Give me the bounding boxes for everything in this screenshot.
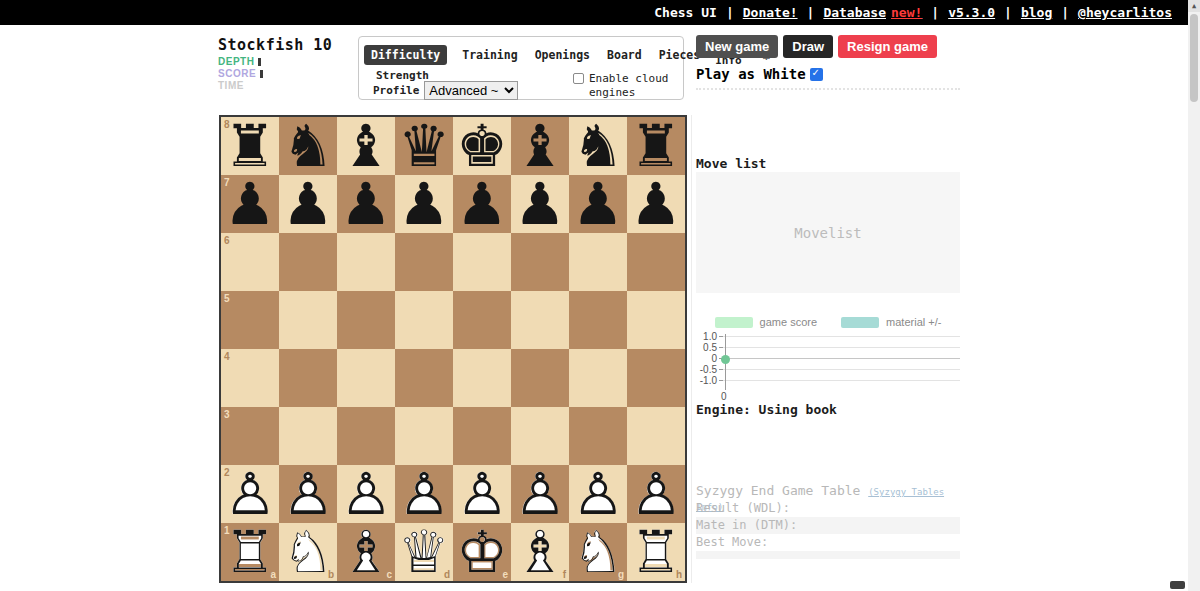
square-c3[interactable]	[337, 407, 395, 465]
square-c1[interactable]: c♝♗	[337, 523, 395, 581]
piece-white-bishop[interactable]: ♗	[337, 523, 395, 581]
piece-white-pawn[interactable]: ♙	[279, 465, 337, 523]
square-e6[interactable]	[453, 233, 511, 291]
chart-data-point	[721, 355, 730, 364]
nav-separator: |	[1004, 5, 1012, 20]
nav-separator: |	[726, 5, 734, 20]
square-g7[interactable]: ♟	[569, 175, 627, 233]
piece-black-pawn[interactable]: ♟	[453, 175, 511, 233]
square-h2[interactable]: ♟♙	[627, 465, 685, 523]
syzygy-title-text: Syzygy End Game Table	[696, 483, 860, 498]
enable-cloud-engines-checkbox[interactable]	[573, 73, 584, 84]
y-tick-label: -1.0	[696, 375, 719, 386]
piece-white-pawn[interactable]: ♙	[511, 465, 569, 523]
depth-value-bar	[258, 58, 261, 66]
game-score-legend-label: game score	[760, 316, 817, 328]
corner-widget[interactable]	[1170, 581, 1185, 589]
nav-blog-link[interactable]: blog	[1021, 5, 1052, 20]
material-legend-label: material +/-	[886, 316, 941, 328]
square-d7[interactable]: ♟	[395, 175, 453, 233]
play-as-white-label: Play as White	[696, 66, 806, 82]
square-a7[interactable]: 7♟	[221, 175, 279, 233]
depth-stat: DEPTH	[218, 56, 332, 66]
y-tick-label: 1.0	[696, 331, 719, 342]
piece-black-knight[interactable]: ♞	[569, 117, 627, 175]
syzygy-title: Syzygy End Game Table (Syzygy Tables Inf…	[696, 483, 960, 500]
piece-white-pawn[interactable]: ♙	[453, 465, 511, 523]
resign-game-button[interactable]: Resign game	[838, 35, 937, 58]
material-swatch	[841, 317, 879, 328]
piece-black-pawn[interactable]: ♟	[221, 175, 279, 233]
piece-white-rook[interactable]: ♖	[627, 523, 685, 581]
piece-black-queen[interactable]: ♛	[395, 117, 453, 175]
piece-black-rook[interactable]: ♜	[627, 117, 685, 175]
chess-board[interactable]: 8♜♞♝♛♚♝♞♜7♟♟♟♟♟♟♟♟65432♟♙♟♙♟♙♟♙♟♙♟♙♟♙♟♙1…	[219, 115, 687, 583]
syzygy-result-row: Result (WDL):	[696, 500, 960, 517]
score-chart: 1.0 0.5 0 -0.5 -1.0 0	[696, 331, 960, 401]
play-as-white-checkbox[interactable]	[810, 68, 823, 81]
depth-label: DEPTH	[218, 56, 254, 67]
square-f7[interactable]: ♟	[511, 175, 569, 233]
square-h7[interactable]: ♟	[627, 175, 685, 233]
move-list-placeholder: Movelist	[794, 225, 861, 241]
square-h8[interactable]: ♜	[627, 117, 685, 175]
square-c4[interactable]	[337, 349, 395, 407]
nav-separator: |	[1061, 5, 1069, 20]
right-panel: New game Draw Resign game Play as White …	[696, 25, 960, 591]
settings-tabs: Difficulty Training Openings Board Piece…	[364, 42, 678, 67]
engine-header: Stockfish 10 DEPTH SCORE TIME	[218, 36, 332, 90]
square-a2[interactable]: 2♟♙	[221, 465, 279, 523]
nav-separator: |	[931, 5, 939, 20]
square-c2[interactable]: ♟♙	[337, 465, 395, 523]
piece-white-knight[interactable]: ♘	[569, 523, 627, 581]
square-c8[interactable]: ♝	[337, 117, 395, 175]
chart-x-tick	[725, 386, 726, 390]
piece-white-pawn[interactable]: ♙	[627, 465, 685, 523]
square-g3[interactable]	[569, 407, 627, 465]
piece-white-pawn[interactable]: ♙	[569, 465, 627, 523]
square-h4[interactable]	[627, 349, 685, 407]
square-a8[interactable]: 8♜	[221, 117, 279, 175]
piece-white-pawn[interactable]: ♙	[395, 465, 453, 523]
nav-database-link[interactable]: Databasenew!	[823, 5, 922, 20]
square-h3[interactable]	[627, 407, 685, 465]
square-d2[interactable]: ♟♙	[395, 465, 453, 523]
nav-separator: |	[807, 5, 815, 20]
scroll-up-arrow-icon[interactable]: ▲	[1188, 0, 1200, 12]
square-g5[interactable]	[569, 291, 627, 349]
time-stat: TIME	[218, 80, 332, 90]
square-b3[interactable]	[279, 407, 337, 465]
piece-black-pawn[interactable]: ♟	[627, 175, 685, 233]
piece-black-king[interactable]: ♚	[453, 117, 511, 175]
square-f4[interactable]	[511, 349, 569, 407]
piece-white-pawn[interactable]: ♙	[337, 465, 395, 523]
square-e7[interactable]: ♟	[453, 175, 511, 233]
square-g6[interactable]	[569, 233, 627, 291]
engine-status: Engine: Using book	[696, 402, 837, 417]
chart-legend: game score material +/-	[696, 316, 960, 328]
piece-black-bishop[interactable]: ♝	[337, 117, 395, 175]
square-g1[interactable]: g♞♘	[569, 523, 627, 581]
tab-board[interactable]: Board	[605, 45, 644, 65]
square-f6[interactable]	[511, 233, 569, 291]
nav-database-new-badge: new!	[891, 5, 922, 20]
piece-black-pawn[interactable]: ♟	[337, 175, 395, 233]
y-tick-label: 0	[696, 353, 719, 364]
move-list[interactable]: Movelist	[696, 172, 960, 293]
square-d1[interactable]: d♛♕	[395, 523, 453, 581]
square-f5[interactable]	[511, 291, 569, 349]
square-c6[interactable]	[337, 233, 395, 291]
rank-label: 3	[224, 409, 230, 420]
time-label: TIME	[218, 80, 244, 91]
piece-black-bishop[interactable]: ♝	[511, 117, 569, 175]
piece-black-knight[interactable]: ♞	[279, 117, 337, 175]
square-b2[interactable]: ♟♙	[279, 465, 337, 523]
square-g2[interactable]: ♟♙	[569, 465, 627, 523]
nav-user-link[interactable]: @heycarlitos	[1078, 5, 1172, 20]
score-value-bar	[260, 70, 263, 78]
piece-black-pawn[interactable]: ♟	[279, 175, 337, 233]
square-a3[interactable]: 3	[221, 407, 279, 465]
rank-label: 4	[224, 351, 230, 362]
square-b6[interactable]	[279, 233, 337, 291]
syzygy-empty-row	[696, 551, 960, 559]
tab-openings[interactable]: Openings	[533, 45, 592, 65]
square-b8[interactable]: ♞	[279, 117, 337, 175]
piece-white-queen[interactable]: ♕	[395, 523, 453, 581]
square-b7[interactable]: ♟	[279, 175, 337, 233]
enable-cloud-engines[interactable]: Enable cloud engines	[573, 72, 673, 100]
scrollbar-thumb[interactable]	[1190, 14, 1198, 102]
rank-label: 6	[224, 235, 230, 246]
syzygy-bestmove-row: Best Move:	[696, 534, 960, 551]
strength-label-line2: Profile	[373, 84, 419, 97]
score-stat: SCORE	[218, 68, 332, 78]
nav-version-link[interactable]: v5.3.0	[948, 5, 995, 20]
square-e4[interactable]	[453, 349, 511, 407]
square-h1[interactable]: h♜♖	[627, 523, 685, 581]
new-game-button[interactable]: New game	[696, 35, 778, 58]
piece-white-pawn[interactable]: ♙	[221, 465, 279, 523]
square-a5[interactable]: 5	[221, 291, 279, 349]
square-g4[interactable]	[569, 349, 627, 407]
y-tick-label: 0.5	[696, 342, 719, 353]
square-a6[interactable]: 6	[221, 233, 279, 291]
strength-profile-select[interactable]: Advanced ~ 180	[424, 81, 518, 100]
piece-black-pawn[interactable]: ♟	[511, 175, 569, 233]
tab-difficulty[interactable]: Difficulty	[364, 45, 447, 65]
separator-line	[696, 88, 960, 90]
piece-white-bishop[interactable]: ♗	[511, 523, 569, 581]
x-tick-label: 0	[721, 391, 727, 402]
rank-label: 5	[224, 293, 230, 304]
piece-black-rook[interactable]: ♜	[221, 117, 279, 175]
square-a1[interactable]: 1a♜♖	[221, 523, 279, 581]
square-d5[interactable]	[395, 291, 453, 349]
piece-white-king[interactable]: ♔	[453, 523, 511, 581]
square-e8[interactable]: ♚	[453, 117, 511, 175]
syzygy-mate-row: Mate in (DTM):	[696, 517, 960, 534]
square-e2[interactable]: ♟♙	[453, 465, 511, 523]
square-d6[interactable]	[395, 233, 453, 291]
game-score-swatch	[715, 317, 753, 328]
engine-title: Stockfish 10	[218, 36, 332, 54]
square-h6[interactable]	[627, 233, 685, 291]
square-f1[interactable]: f♝♗	[511, 523, 569, 581]
nav-donate-link[interactable]: Donate!	[743, 5, 798, 20]
square-b4[interactable]	[279, 349, 337, 407]
panel-divider	[691, 115, 692, 583]
square-e1[interactable]: e♚♔	[453, 523, 511, 581]
move-list-heading: Move list	[696, 156, 766, 171]
square-h5[interactable]	[627, 291, 685, 349]
square-d3[interactable]	[395, 407, 453, 465]
square-a4[interactable]: 4	[221, 349, 279, 407]
piece-white-rook[interactable]: ♖	[221, 523, 279, 581]
square-f3[interactable]	[511, 407, 569, 465]
piece-black-pawn[interactable]: ♟	[569, 175, 627, 233]
square-c7[interactable]: ♟	[337, 175, 395, 233]
draw-button[interactable]: Draw	[783, 35, 833, 58]
syzygy-section: Syzygy End Game Table (Syzygy Tables Inf…	[696, 483, 960, 559]
score-label: SCORE	[218, 68, 256, 79]
square-f8[interactable]: ♝	[511, 117, 569, 175]
page-scrollbar[interactable]: ▲	[1188, 0, 1200, 591]
enable-cloud-engines-label: Enable cloud engines	[589, 72, 673, 100]
piece-white-knight[interactable]: ♘	[279, 523, 337, 581]
square-c5[interactable]	[337, 291, 395, 349]
top-nav: Chess UI | Donate! | Databasenew! | v5.3…	[0, 0, 1188, 25]
square-d8[interactable]: ♛	[395, 117, 453, 175]
square-g8[interactable]: ♞	[569, 117, 627, 175]
square-f2[interactable]: ♟♙	[511, 465, 569, 523]
nav-brand: Chess UI	[654, 5, 717, 20]
square-e5[interactable]	[453, 291, 511, 349]
nav-database-text: Database	[823, 5, 886, 20]
piece-black-pawn[interactable]: ♟	[395, 175, 453, 233]
y-tick-label: -0.5	[696, 364, 719, 375]
square-b1[interactable]: b♞♘	[279, 523, 337, 581]
tab-training[interactable]: Training	[460, 45, 519, 65]
square-d4[interactable]	[395, 349, 453, 407]
square-e3[interactable]	[453, 407, 511, 465]
square-b5[interactable]	[279, 291, 337, 349]
settings-panel: Difficulty Training Openings Board Piece…	[358, 36, 684, 100]
